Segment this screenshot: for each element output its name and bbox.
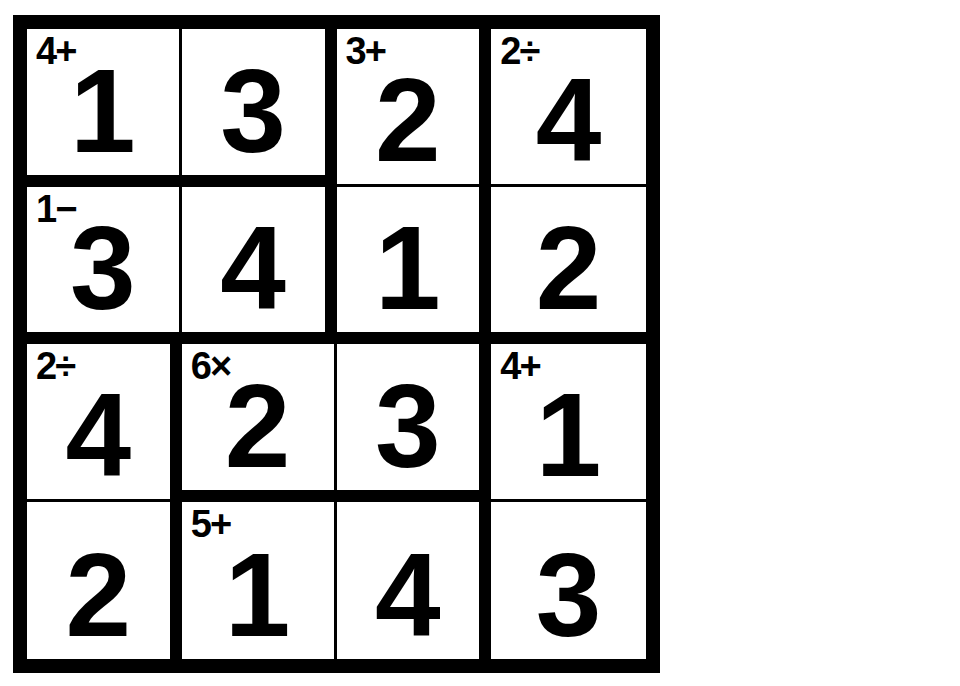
cell-value: 1 [27,52,179,170]
cell-r0c1: 3 [182,29,337,187]
cell-value: 2 [27,536,170,654]
cell-value: 3 [27,209,179,327]
cell-r2c0: 2÷ 4 [27,344,182,502]
cell-value: 2 [182,367,334,485]
cell-value: 2 [491,209,646,327]
cell-r1c2: 1 [337,187,492,345]
cell-value: 1 [491,376,646,494]
kenken-board: 4+ 1 3 3+ 2 2÷ 4 1− 3 4 1 2 [13,15,660,673]
page: 4+ 1 3 3+ 2 2÷ 4 1− 3 4 1 2 [0,0,960,686]
cell-value: 1 [182,536,334,654]
cell-value: 3 [491,536,646,654]
cell-value: 4 [337,536,480,654]
cell-r1c3: 2 [491,187,646,345]
cell-r3c2: 4 [337,502,492,660]
cell-value: 3 [182,52,325,170]
cell-r2c3: 4+ 1 [491,344,646,502]
cell-r2c1: 6× 2 [182,344,337,502]
cell-value: 4 [182,209,325,327]
cell-r3c0: 2 [27,502,182,660]
cell-value: 2 [337,61,480,179]
cell-r2c2: 3 [337,344,492,502]
cell-r3c3: 3 [491,502,646,660]
cell-value: 4 [27,376,170,494]
cell-value: 4 [491,61,646,179]
cell-r1c1: 4 [182,187,337,345]
cell-r1c0: 1− 3 [27,187,182,345]
cell-value: 1 [337,209,480,327]
cell-r0c2: 3+ 2 [337,29,492,187]
cell-r0c0: 4+ 1 [27,29,182,187]
cell-r3c1: 5+ 1 [182,502,337,660]
cell-r0c3: 2÷ 4 [491,29,646,187]
cell-value: 3 [337,367,480,485]
